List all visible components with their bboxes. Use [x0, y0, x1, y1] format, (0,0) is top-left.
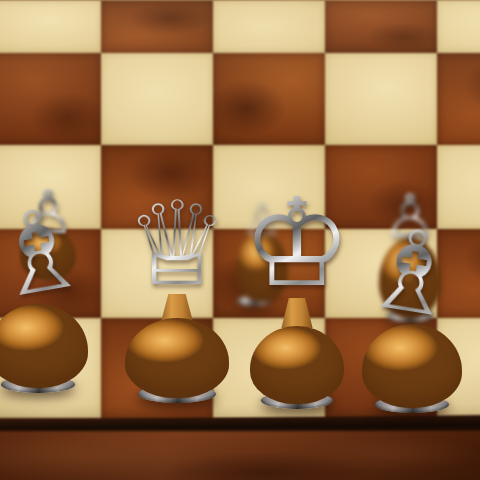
pieces-layer: ♗♕♔♗♙♙♙	[0, 0, 480, 480]
king-silver-head-glyph: ♔	[242, 182, 351, 304]
white-queen[interactable]: ♕	[124, 186, 230, 403]
white-bishop[interactable]: ♗	[360, 216, 464, 413]
white-king[interactable]: ♔	[246, 182, 348, 409]
bishop-silver-head-glyph: ♗	[354, 209, 471, 335]
wooden-body	[250, 326, 344, 404]
bishop-silver-head-glyph: ♗	[0, 188, 97, 316]
wooden-body	[125, 318, 229, 398]
white-bishop[interactable]: ♗	[0, 196, 90, 393]
queen-silver-head-glyph: ♕	[125, 186, 229, 302]
chessboard-photo-scene: ♗♕♔♗♙♙♙	[0, 0, 480, 480]
